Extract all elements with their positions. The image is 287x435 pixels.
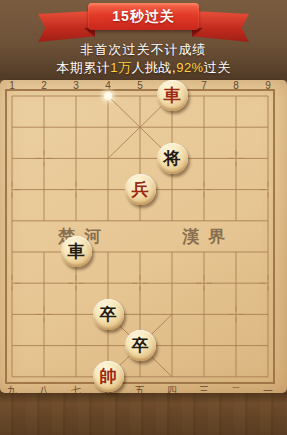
piece-red-soldier[interactable]: 兵 <box>125 174 156 205</box>
piece-black-soldier-2[interactable]: 卒 <box>125 330 156 361</box>
board-grid: 車将兵車卒卒帥 <box>0 80 284 392</box>
piece-red-chariot[interactable]: 車 <box>157 80 188 111</box>
piece-glyph: 車 <box>68 243 85 260</box>
game-screen: 15秒过关 非首次过关不计成绩 本期累计1万人挑战,92%过关 12345678… <box>0 0 287 435</box>
piece-glyph: 兵 <box>132 181 149 198</box>
stats-suffix: 过关 <box>204 60 231 75</box>
last-move-marker <box>103 91 113 101</box>
piece-black-soldier-1[interactable]: 卒 <box>93 299 124 330</box>
piece-glyph: 帥 <box>100 368 117 385</box>
challenge-title: 15秒过关 <box>88 3 199 30</box>
piece-red-general[interactable]: 帥 <box>93 361 124 392</box>
piece-glyph: 卒 <box>100 305 117 322</box>
subtitle-text: 非首次过关不计成绩 <box>0 41 287 59</box>
xiangqi-board[interactable]: 123456789 九八七六五四三二一 楚河 漢界 車将兵車卒卒帥 <box>0 80 287 393</box>
stats-text: 本期累计1万人挑战,92%过关 <box>0 59 287 77</box>
stats-prefix: 本期累计 <box>56 60 110 75</box>
stats-percent: 92% <box>176 60 204 75</box>
ribbon-banner: 15秒过关 <box>38 2 249 44</box>
stats-mid: 人挑战, <box>132 60 177 75</box>
piece-black-general[interactable]: 将 <box>157 143 188 174</box>
piece-black-chariot[interactable]: 車 <box>61 236 92 267</box>
top-banner-area: 15秒过关 非首次过关不计成绩 本期累计1万人挑战,92%过关 <box>0 0 287 80</box>
piece-glyph: 将 <box>164 149 181 166</box>
ribbon-wing-left <box>38 11 94 42</box>
stats-count: 1万 <box>110 60 131 75</box>
table-wood <box>0 393 287 435</box>
piece-glyph: 車 <box>164 87 181 104</box>
piece-glyph: 卒 <box>132 336 149 353</box>
ribbon-wing-right <box>193 11 249 42</box>
